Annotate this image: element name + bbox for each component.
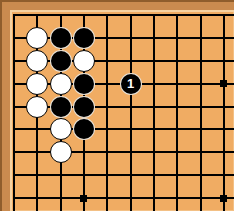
grid-line-vertical — [223, 26, 225, 49]
black-stone — [50, 27, 72, 49]
intersection — [10, 26, 26, 49]
intersection — [189, 72, 212, 95]
grid-line-vertical — [200, 118, 202, 141]
intersection — [166, 118, 189, 141]
white-stone — [50, 141, 72, 163]
grid-line-vertical — [200, 72, 202, 95]
grid-line-vertical — [176, 141, 178, 164]
grid-line-vertical — [200, 26, 202, 49]
grid-line-vertical — [176, 49, 178, 72]
grid-line-vertical — [106, 118, 108, 141]
intersection — [166, 49, 189, 72]
black-stone — [50, 96, 72, 118]
intersection — [189, 187, 212, 210]
grid-line-vertical — [13, 26, 15, 49]
grid-line-vertical — [223, 49, 225, 72]
intersection — [119, 187, 142, 210]
move-number-label: 1 — [127, 77, 134, 90]
intersection — [212, 141, 234, 164]
grid-line-vertical — [130, 26, 132, 49]
grid-line-vertical — [106, 95, 108, 118]
intersection — [119, 26, 142, 49]
intersection — [26, 141, 49, 164]
intersection — [10, 164, 26, 187]
grid-line-vertical — [130, 187, 132, 211]
black-stone — [73, 96, 95, 118]
grid-line-vertical — [176, 14, 178, 26]
white-stone — [73, 50, 95, 72]
intersection — [26, 49, 49, 72]
intersection — [72, 164, 95, 187]
intersection — [26, 187, 49, 210]
intersection — [212, 118, 234, 141]
intersection — [212, 72, 234, 95]
intersection — [119, 164, 142, 187]
grid-line-vertical — [130, 118, 132, 141]
intersection — [119, 95, 142, 118]
intersection — [26, 164, 49, 187]
grid-line-vertical — [106, 72, 108, 95]
grid-line-vertical — [130, 14, 132, 26]
grid-line-vertical — [60, 187, 62, 211]
white-stone — [26, 73, 48, 95]
intersection — [96, 26, 119, 49]
grid-line-vertical — [200, 141, 202, 164]
intersection — [96, 187, 119, 210]
intersection — [119, 118, 142, 141]
intersection — [142, 95, 165, 118]
intersection — [142, 49, 165, 72]
intersection — [142, 164, 165, 187]
grid-line-vertical — [83, 14, 85, 26]
intersection — [189, 164, 212, 187]
intersection — [166, 72, 189, 95]
grid-line-vertical — [223, 95, 225, 118]
grid-line-vertical — [153, 95, 155, 118]
intersection — [212, 49, 234, 72]
grid-line-vertical — [36, 164, 38, 187]
intersection — [49, 72, 72, 95]
grid-line-vertical — [13, 118, 15, 141]
grid-line-vertical — [36, 141, 38, 164]
intersection — [189, 118, 212, 141]
grid-line-vertical — [200, 187, 202, 211]
grid-line-vertical — [153, 164, 155, 187]
star-point — [220, 195, 227, 202]
intersection — [142, 10, 165, 26]
intersection — [212, 187, 234, 210]
black-stone — [73, 27, 95, 49]
intersection — [49, 141, 72, 164]
grid-line-vertical — [153, 72, 155, 95]
intersection — [212, 95, 234, 118]
intersection — [166, 26, 189, 49]
intersection — [49, 164, 72, 187]
grid-line-vertical — [36, 118, 38, 141]
grid-line-vertical — [153, 49, 155, 72]
grid-line-vertical — [13, 164, 15, 187]
intersection — [166, 164, 189, 187]
grid-line-vertical — [200, 164, 202, 187]
white-stone — [26, 96, 48, 118]
board-grid: 1 — [10, 10, 234, 210]
intersection — [119, 10, 142, 26]
intersection — [119, 141, 142, 164]
intersection — [166, 95, 189, 118]
grid-line-vertical — [130, 49, 132, 72]
intersection — [189, 49, 212, 72]
grid-line-vertical — [106, 164, 108, 187]
intersection — [10, 95, 26, 118]
grid-line-vertical — [153, 26, 155, 49]
white-stone — [50, 118, 72, 140]
intersection — [10, 10, 26, 26]
intersection — [189, 141, 212, 164]
grid-line-vertical — [106, 14, 108, 26]
intersection — [10, 187, 26, 210]
intersection — [119, 49, 142, 72]
intersection — [26, 72, 49, 95]
grid-line-vertical — [60, 164, 62, 187]
grid-line-vertical — [130, 164, 132, 187]
grid-line-vertical — [106, 187, 108, 211]
intersection — [26, 118, 49, 141]
intersection — [26, 95, 49, 118]
intersection — [212, 26, 234, 49]
intersection — [142, 26, 165, 49]
white-stone — [26, 27, 48, 49]
grid-line-vertical — [223, 118, 225, 141]
grid-line-vertical — [153, 187, 155, 211]
black-stone — [50, 50, 72, 72]
intersection — [96, 164, 119, 187]
grid-line-vertical — [153, 141, 155, 164]
white-stone — [26, 50, 48, 72]
grid-line-vertical — [200, 95, 202, 118]
grid-line-vertical — [223, 14, 225, 26]
grid-line-vertical — [176, 118, 178, 141]
black-stone — [73, 73, 95, 95]
grid-line-vertical — [36, 187, 38, 211]
grid-line-vertical — [176, 72, 178, 95]
intersection — [72, 118, 95, 141]
intersection — [72, 95, 95, 118]
intersection — [189, 26, 212, 49]
grid-line-vertical — [153, 14, 155, 26]
grid-line-vertical — [13, 72, 15, 95]
intersection — [96, 95, 119, 118]
grid-line-vertical — [130, 141, 132, 164]
intersection — [166, 187, 189, 210]
grid-line-vertical — [13, 49, 15, 72]
intersection — [10, 72, 26, 95]
intersection — [166, 10, 189, 26]
grid-line-vertical — [223, 164, 225, 187]
intersection — [49, 95, 72, 118]
grid-line-vertical — [36, 14, 38, 26]
grid-line-vertical — [106, 26, 108, 49]
grid-line-vertical — [153, 118, 155, 141]
intersection — [142, 118, 165, 141]
intersection — [10, 118, 26, 141]
intersection — [49, 187, 72, 210]
grid-line-vertical — [13, 14, 15, 26]
intersection — [10, 141, 26, 164]
grid-line-vertical — [176, 26, 178, 49]
black-stone — [73, 118, 95, 140]
grid-line-vertical — [176, 187, 178, 211]
grid-line-vertical — [13, 141, 15, 164]
intersection — [49, 49, 72, 72]
intersection — [49, 118, 72, 141]
intersection — [212, 10, 234, 26]
grid-line-vertical — [223, 141, 225, 164]
grid-line-vertical — [106, 49, 108, 72]
grid-line-vertical — [83, 164, 85, 187]
go-board: 1 — [10, 10, 234, 211]
intersection — [96, 10, 119, 26]
grid-line-vertical — [200, 14, 202, 26]
intersection — [189, 95, 212, 118]
grid-line-vertical — [13, 95, 15, 118]
intersection: 1 — [119, 72, 142, 95]
intersection — [96, 141, 119, 164]
intersection — [49, 10, 72, 26]
grid-line-vertical — [60, 14, 62, 26]
go-board-frame: 1 — [0, 0, 234, 211]
intersection — [72, 187, 95, 210]
star-point — [220, 80, 227, 87]
intersection — [72, 49, 95, 72]
intersection — [72, 141, 95, 164]
grid-line-vertical — [106, 141, 108, 164]
black-stone: 1 — [120, 73, 142, 95]
intersection — [72, 10, 95, 26]
star-point — [80, 195, 87, 202]
intersection — [96, 72, 119, 95]
grid-line-vertical — [176, 95, 178, 118]
intersection — [96, 118, 119, 141]
intersection — [96, 49, 119, 72]
intersection — [10, 49, 26, 72]
intersection — [72, 26, 95, 49]
intersection — [49, 26, 72, 49]
grid-line-vertical — [130, 95, 132, 118]
intersection — [26, 10, 49, 26]
intersection — [189, 10, 212, 26]
intersection — [142, 187, 165, 210]
white-stone — [50, 73, 72, 95]
intersection — [212, 164, 234, 187]
grid-line-vertical — [200, 49, 202, 72]
intersection — [166, 141, 189, 164]
intersection — [142, 141, 165, 164]
grid-line-vertical — [83, 141, 85, 164]
intersection — [26, 26, 49, 49]
intersection — [72, 72, 95, 95]
grid-line-vertical — [13, 187, 15, 211]
grid-line-vertical — [176, 164, 178, 187]
intersection — [142, 72, 165, 95]
